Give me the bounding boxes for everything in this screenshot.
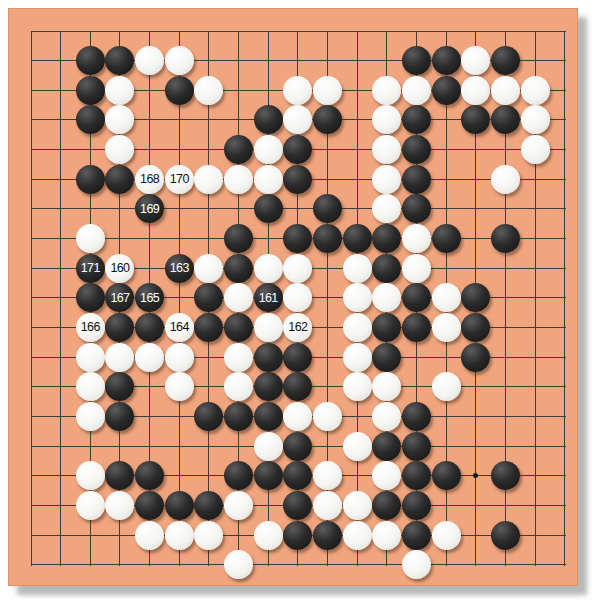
- black-stone[interactable]: [224, 135, 253, 164]
- black-stone[interactable]: [402, 46, 431, 75]
- white-stone[interactable]: [521, 76, 550, 105]
- black-stone[interactable]: [254, 343, 283, 372]
- black-stone[interactable]: [461, 343, 490, 372]
- white-stone[interactable]: [283, 76, 312, 105]
- black-stone[interactable]: [491, 461, 520, 490]
- white-stone[interactable]: [254, 521, 283, 550]
- black-stone[interactable]: [105, 165, 134, 194]
- move-number-label: 165: [140, 292, 159, 305]
- white-stone[interactable]: [224, 550, 253, 579]
- white-stone[interactable]: [224, 165, 253, 194]
- white-stone[interactable]: [254, 432, 283, 461]
- black-stone[interactable]: 171: [76, 254, 105, 283]
- white-stone[interactable]: [224, 283, 253, 312]
- black-stone[interactable]: [105, 313, 134, 342]
- black-stone[interactable]: [254, 402, 283, 431]
- black-stone[interactable]: 163: [165, 254, 194, 283]
- white-stone[interactable]: [194, 76, 223, 105]
- white-stone[interactable]: [372, 135, 401, 164]
- white-stone[interactable]: [105, 343, 134, 372]
- white-stone[interactable]: [76, 224, 105, 253]
- black-stone[interactable]: 165: [135, 283, 164, 312]
- white-stone[interactable]: [313, 491, 342, 520]
- white-stone[interactable]: [224, 491, 253, 520]
- white-stone[interactable]: [372, 402, 401, 431]
- white-stone[interactable]: [372, 372, 401, 401]
- black-stone[interactable]: [372, 491, 401, 520]
- white-stone[interactable]: [105, 76, 134, 105]
- move-number-label: 164: [170, 321, 189, 334]
- black-stone[interactable]: [224, 224, 253, 253]
- move-number-label: 171: [81, 262, 100, 275]
- white-stone[interactable]: [402, 224, 431, 253]
- white-stone[interactable]: [343, 491, 372, 520]
- white-stone[interactable]: [372, 165, 401, 194]
- black-stone[interactable]: [372, 254, 401, 283]
- white-stone[interactable]: [372, 521, 401, 550]
- white-stone[interactable]: [224, 343, 253, 372]
- white-stone[interactable]: [343, 283, 372, 312]
- black-stone[interactable]: [254, 194, 283, 223]
- black-stone[interactable]: [372, 224, 401, 253]
- black-stone[interactable]: [283, 432, 312, 461]
- grid-line-vertical: [60, 31, 61, 566]
- black-stone[interactable]: [402, 432, 431, 461]
- black-stone[interactable]: [76, 283, 105, 312]
- black-stone[interactable]: [461, 283, 490, 312]
- black-stone[interactable]: [194, 283, 223, 312]
- black-stone[interactable]: [283, 343, 312, 372]
- white-stone[interactable]: [313, 461, 342, 490]
- black-stone[interactable]: [313, 194, 342, 223]
- black-stone[interactable]: [402, 165, 431, 194]
- black-stone[interactable]: [372, 343, 401, 372]
- black-stone[interactable]: [402, 313, 431, 342]
- black-stone[interactable]: [432, 461, 461, 490]
- move-number-label: 170: [170, 173, 189, 186]
- white-stone[interactable]: [521, 135, 550, 164]
- white-stone[interactable]: [432, 313, 461, 342]
- black-stone[interactable]: [283, 461, 312, 490]
- move-number-label: 163: [170, 262, 189, 275]
- white-stone[interactable]: [343, 521, 372, 550]
- white-stone[interactable]: [165, 521, 194, 550]
- black-stone[interactable]: [254, 105, 283, 134]
- grid-line-vertical: [179, 31, 180, 566]
- black-stone[interactable]: [283, 135, 312, 164]
- white-stone[interactable]: [283, 283, 312, 312]
- black-stone[interactable]: [491, 224, 520, 253]
- white-stone[interactable]: [372, 105, 401, 134]
- move-number-label: 166: [81, 321, 100, 334]
- white-stone[interactable]: 160: [105, 254, 134, 283]
- grid-line-horizontal: [31, 564, 566, 565]
- black-stone[interactable]: [283, 491, 312, 520]
- black-stone[interactable]: [105, 372, 134, 401]
- black-stone[interactable]: 161: [254, 283, 283, 312]
- white-stone[interactable]: 166: [76, 313, 105, 342]
- white-stone[interactable]: [135, 521, 164, 550]
- black-stone[interactable]: [461, 105, 490, 134]
- black-stone[interactable]: [76, 165, 105, 194]
- white-stone[interactable]: [343, 432, 372, 461]
- black-stone[interactable]: [224, 313, 253, 342]
- black-stone[interactable]: [135, 313, 164, 342]
- move-number-label: 161: [259, 292, 278, 305]
- white-stone[interactable]: [194, 254, 223, 283]
- move-number-label: 167: [110, 292, 129, 305]
- black-stone[interactable]: [283, 372, 312, 401]
- black-stone[interactable]: [402, 194, 431, 223]
- white-stone[interactable]: 168: [135, 165, 164, 194]
- black-stone[interactable]: 167: [105, 283, 134, 312]
- black-stone[interactable]: [402, 491, 431, 520]
- white-stone[interactable]: [254, 165, 283, 194]
- black-stone[interactable]: [135, 491, 164, 520]
- black-stone[interactable]: [224, 402, 253, 431]
- black-stone[interactable]: [224, 254, 253, 283]
- white-stone[interactable]: [461, 76, 490, 105]
- black-stone[interactable]: [194, 402, 223, 431]
- white-stone[interactable]: [254, 254, 283, 283]
- black-stone[interactable]: [254, 461, 283, 490]
- white-stone[interactable]: [76, 343, 105, 372]
- white-stone[interactable]: [76, 461, 105, 490]
- white-stone[interactable]: [283, 105, 312, 134]
- black-stone[interactable]: [461, 313, 490, 342]
- white-stone[interactable]: [372, 194, 401, 223]
- white-stone[interactable]: [194, 521, 223, 550]
- black-stone[interactable]: [76, 105, 105, 134]
- white-stone[interactable]: [343, 343, 372, 372]
- grid-line-vertical: [31, 31, 32, 566]
- white-stone[interactable]: [432, 372, 461, 401]
- white-stone[interactable]: [402, 254, 431, 283]
- grid-line-vertical: [564, 31, 565, 566]
- black-stone[interactable]: [343, 224, 372, 253]
- black-stone[interactable]: [313, 224, 342, 253]
- black-stone[interactable]: [135, 461, 164, 490]
- white-stone[interactable]: [491, 165, 520, 194]
- black-stone[interactable]: [402, 461, 431, 490]
- white-stone[interactable]: [76, 402, 105, 431]
- black-stone[interactable]: [283, 521, 312, 550]
- move-number-label: 160: [110, 262, 129, 275]
- black-stone[interactable]: [372, 432, 401, 461]
- black-stone[interactable]: [402, 283, 431, 312]
- black-stone[interactable]: [402, 105, 431, 134]
- black-stone[interactable]: [283, 165, 312, 194]
- white-stone[interactable]: [283, 254, 312, 283]
- go-board[interactable]: 168170169171160163167165161166164162: [8, 8, 578, 586]
- black-stone[interactable]: [402, 402, 431, 431]
- white-stone[interactable]: [491, 76, 520, 105]
- white-stone[interactable]: [254, 313, 283, 342]
- black-stone[interactable]: [372, 313, 401, 342]
- white-stone[interactable]: [283, 402, 312, 431]
- white-stone[interactable]: [432, 283, 461, 312]
- white-stone[interactable]: 170: [165, 165, 194, 194]
- black-stone[interactable]: [224, 461, 253, 490]
- white-stone[interactable]: [372, 283, 401, 312]
- white-stone[interactable]: [402, 550, 431, 579]
- white-stone[interactable]: [165, 372, 194, 401]
- black-stone[interactable]: [105, 461, 134, 490]
- black-stone[interactable]: [402, 521, 431, 550]
- black-stone[interactable]: 169: [135, 194, 164, 223]
- black-stone[interactable]: [194, 491, 223, 520]
- black-stone[interactable]: [105, 402, 134, 431]
- black-stone[interactable]: [165, 491, 194, 520]
- black-stone[interactable]: [194, 313, 223, 342]
- black-stone[interactable]: [105, 46, 134, 75]
- white-stone[interactable]: [76, 372, 105, 401]
- white-stone[interactable]: [313, 76, 342, 105]
- move-number-label: 168: [140, 173, 159, 186]
- white-stone[interactable]: [76, 491, 105, 520]
- white-stone[interactable]: [135, 343, 164, 372]
- white-stone[interactable]: [343, 254, 372, 283]
- black-stone[interactable]: [254, 372, 283, 401]
- black-stone[interactable]: [165, 76, 194, 105]
- white-stone[interactable]: [343, 313, 372, 342]
- black-stone[interactable]: [432, 224, 461, 253]
- white-stone[interactable]: [343, 372, 372, 401]
- white-stone[interactable]: [224, 372, 253, 401]
- hoshi-point: [473, 473, 478, 478]
- black-stone[interactable]: [491, 46, 520, 75]
- white-stone[interactable]: [372, 76, 401, 105]
- black-stone[interactable]: [313, 105, 342, 134]
- white-stone[interactable]: [105, 491, 134, 520]
- white-stone[interactable]: [372, 461, 401, 490]
- black-stone[interactable]: [432, 76, 461, 105]
- white-stone[interactable]: [254, 135, 283, 164]
- grid-line-horizontal: [31, 208, 566, 209]
- white-stone[interactable]: 162: [283, 313, 312, 342]
- white-stone[interactable]: [194, 165, 223, 194]
- white-stone[interactable]: [135, 46, 164, 75]
- black-stone[interactable]: [402, 135, 431, 164]
- white-stone[interactable]: [521, 105, 550, 134]
- black-stone[interactable]: [76, 76, 105, 105]
- black-stone[interactable]: [76, 46, 105, 75]
- white-stone[interactable]: [402, 76, 431, 105]
- white-stone[interactable]: [105, 135, 134, 164]
- white-stone[interactable]: 164: [165, 313, 194, 342]
- white-stone[interactable]: [165, 46, 194, 75]
- white-stone[interactable]: [461, 46, 490, 75]
- move-number-label: 162: [288, 321, 307, 334]
- grid-line-horizontal: [31, 31, 566, 32]
- white-stone[interactable]: [105, 105, 134, 134]
- white-stone[interactable]: [432, 521, 461, 550]
- black-stone[interactable]: [491, 521, 520, 550]
- black-stone[interactable]: [432, 46, 461, 75]
- white-stone[interactable]: [165, 343, 194, 372]
- white-stone[interactable]: [313, 402, 342, 431]
- black-stone[interactable]: [283, 224, 312, 253]
- black-stone[interactable]: [313, 521, 342, 550]
- move-number-label: 169: [140, 203, 159, 216]
- black-stone[interactable]: [491, 105, 520, 134]
